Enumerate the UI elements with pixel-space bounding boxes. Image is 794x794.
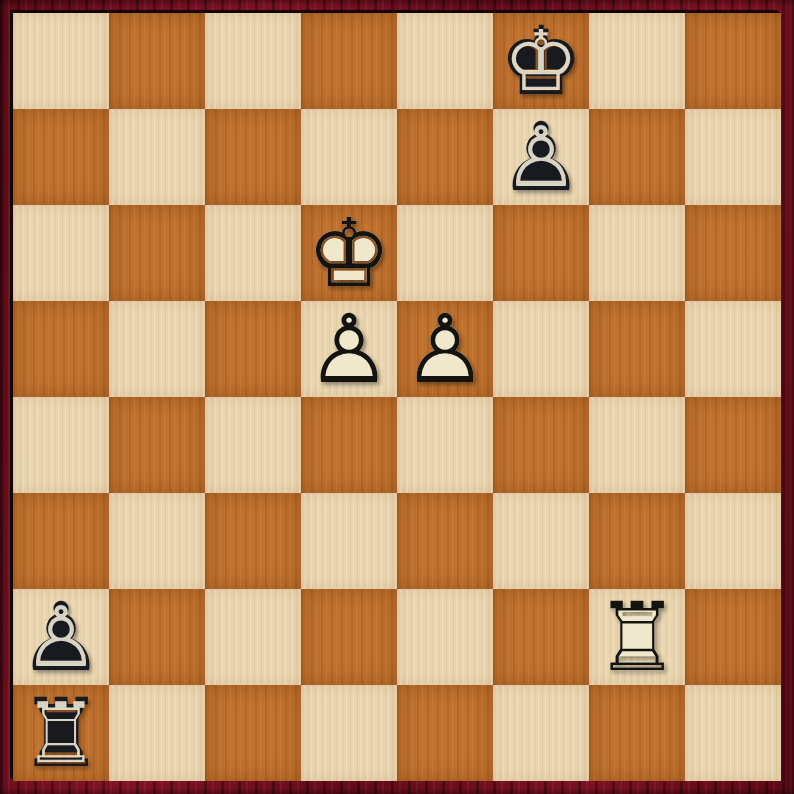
square-h2[interactable] [685,589,781,685]
square-g4[interactable] [589,397,685,493]
square-a4[interactable] [13,397,109,493]
piece-white-pawn[interactable]: ♟♙ [301,301,397,397]
piece-black-rook[interactable]: ♜♖ [13,685,109,781]
white-pawn-outline: ♙ [397,301,493,397]
black-rook-outline: ♖ [19,691,103,775]
square-f2[interactable] [493,589,589,685]
square-e8[interactable] [397,13,493,109]
piece-black-pawn[interactable]: ♟♙ [493,109,589,205]
piece-white-king[interactable]: ♚♔ [301,205,397,301]
square-d4[interactable] [301,397,397,493]
square-a8[interactable] [13,13,109,109]
square-g7[interactable] [589,109,685,205]
square-h3[interactable] [685,493,781,589]
white-pawn-outline: ♙ [301,301,397,397]
square-b5[interactable] [109,301,205,397]
square-h6[interactable] [685,205,781,301]
square-g8[interactable] [589,13,685,109]
square-e4[interactable] [397,397,493,493]
square-f6[interactable] [493,205,589,301]
square-f8[interactable]: ♚♔ [493,13,589,109]
square-c7[interactable] [205,109,301,205]
square-f3[interactable] [493,493,589,589]
square-b2[interactable] [109,589,205,685]
square-h1[interactable] [685,685,781,781]
square-d3[interactable] [301,493,397,589]
square-c4[interactable] [205,397,301,493]
square-a7[interactable] [13,109,109,205]
piece-white-pawn[interactable]: ♟♙ [397,301,493,397]
square-c3[interactable] [205,493,301,589]
square-a3[interactable] [13,493,109,589]
square-c1[interactable] [205,685,301,781]
square-b4[interactable] [109,397,205,493]
square-g2[interactable]: ♜♖ [589,589,685,685]
board-frame: ♚♔♟♙♚♔♟♙♟♙♟♙♜♖♜♖ [0,0,794,794]
square-b7[interactable] [109,109,205,205]
square-d7[interactable] [301,109,397,205]
piece-black-pawn[interactable]: ♟♙ [13,589,109,685]
square-d5[interactable]: ♟♙ [301,301,397,397]
square-f4[interactable] [493,397,589,493]
square-g5[interactable] [589,301,685,397]
square-d6[interactable]: ♚♔ [301,205,397,301]
square-h8[interactable] [685,13,781,109]
square-d2[interactable] [301,589,397,685]
square-c8[interactable] [205,13,301,109]
square-e2[interactable] [397,589,493,685]
square-h4[interactable] [685,397,781,493]
square-a2[interactable]: ♟♙ [13,589,109,685]
square-c6[interactable] [205,205,301,301]
white-rook-outline: ♖ [589,589,685,685]
square-e6[interactable] [397,205,493,301]
square-f5[interactable] [493,301,589,397]
square-g3[interactable] [589,493,685,589]
chess-board: ♚♔♟♙♚♔♟♙♟♙♟♙♜♖♜♖ [13,13,781,781]
square-h7[interactable] [685,109,781,205]
square-c5[interactable] [205,301,301,397]
piece-white-rook[interactable]: ♜♖ [589,589,685,685]
square-e7[interactable] [397,109,493,205]
black-king-outline: ♔ [499,19,583,103]
square-b1[interactable] [109,685,205,781]
square-b3[interactable] [109,493,205,589]
square-e3[interactable] [397,493,493,589]
square-f1[interactable] [493,685,589,781]
square-c2[interactable] [205,589,301,685]
black-pawn-outline: ♙ [19,595,103,679]
square-b8[interactable] [109,13,205,109]
black-pawn-outline: ♙ [499,115,583,199]
square-e1[interactable] [397,685,493,781]
square-a6[interactable] [13,205,109,301]
square-g1[interactable] [589,685,685,781]
square-a5[interactable] [13,301,109,397]
square-d1[interactable] [301,685,397,781]
square-f7[interactable]: ♟♙ [493,109,589,205]
square-g6[interactable] [589,205,685,301]
square-a1[interactable]: ♜♖ [13,685,109,781]
square-b6[interactable] [109,205,205,301]
white-king-outline: ♔ [301,205,397,301]
square-h5[interactable] [685,301,781,397]
square-e5[interactable]: ♟♙ [397,301,493,397]
piece-black-king[interactable]: ♚♔ [493,13,589,109]
square-d8[interactable] [301,13,397,109]
